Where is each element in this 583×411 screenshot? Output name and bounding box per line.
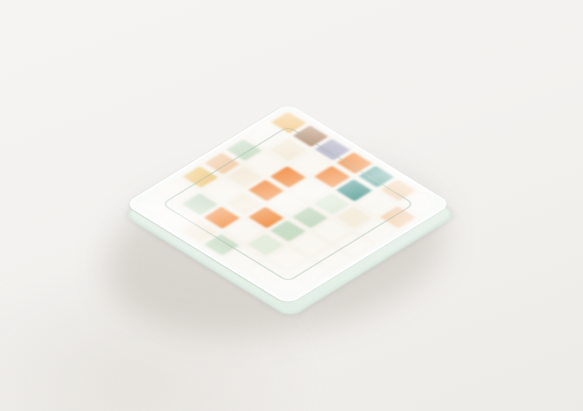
mosaic-tile (271, 112, 307, 134)
dish-top-surface (124, 103, 452, 305)
glass-dish (0, 0, 583, 411)
mosaic-tile (292, 207, 328, 229)
mosaic-grid (132, 108, 443, 300)
mosaic-tile (336, 206, 372, 228)
photo-scene (0, 0, 583, 411)
